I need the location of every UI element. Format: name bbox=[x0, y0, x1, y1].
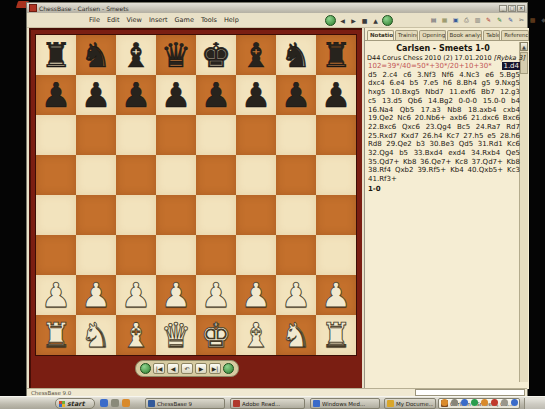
goto-start-button[interactable]: |◀ bbox=[153, 363, 165, 374]
game-result: 1-0 bbox=[368, 185, 520, 194]
white-pawn-piece[interactable]: ♟ bbox=[201, 275, 231, 315]
menu-edit[interactable]: Edit bbox=[107, 16, 120, 24]
task-app-icon bbox=[387, 400, 394, 407]
record-green-button[interactable] bbox=[325, 15, 336, 26]
taskbar-button[interactable]: ChessBase 9 bbox=[145, 398, 225, 409]
square-e1[interactable]: ♚ bbox=[196, 315, 236, 355]
move-navigation-bar: |◀◀↶▶▶| bbox=[135, 360, 239, 377]
square-f6[interactable] bbox=[236, 115, 276, 155]
white-queen-piece[interactable]: ♛ bbox=[161, 315, 191, 355]
square-d8[interactable]: ♛ bbox=[156, 35, 196, 75]
white-pawn-piece[interactable]: ♟ bbox=[321, 275, 351, 315]
square-d3[interactable] bbox=[156, 235, 196, 275]
square-e4[interactable] bbox=[196, 195, 236, 235]
square-b6[interactable] bbox=[76, 115, 116, 155]
game-info: D44 Corus Chess 2010 (2) 17.01.2010 [Ryb… bbox=[367, 54, 519, 62]
square-h1[interactable]: ♜ bbox=[316, 315, 356, 355]
square-g8[interactable]: ♞ bbox=[276, 35, 316, 75]
square-a7[interactable]: ♟ bbox=[36, 75, 76, 115]
play-green-button[interactable] bbox=[382, 15, 393, 26]
white-pawn-piece[interactable]: ♟ bbox=[281, 275, 311, 315]
menu-view[interactable]: View bbox=[126, 16, 141, 24]
engine-eval-annotation: 102=39*/40=50*+30*/20+10+30* bbox=[368, 62, 492, 70]
square-c3[interactable] bbox=[116, 235, 156, 275]
engine-icon[interactable]: ◆ bbox=[539, 15, 545, 24]
black-pawn-piece[interactable]: ♟ bbox=[81, 75, 111, 115]
square-c1[interactable]: ♝ bbox=[116, 315, 156, 355]
status-bar: ChessBase 9.0 bbox=[27, 388, 527, 396]
maximize-button[interactable]: □ bbox=[508, 5, 516, 12]
square-c6[interactable] bbox=[116, 115, 156, 155]
chessbase-window: ChessBase - Carlsen - Smeets _ □ ✕ FileE… bbox=[26, 2, 528, 396]
system-tray bbox=[441, 399, 518, 406]
board-panel: ♜♞♝♛♚♝♞♜♟♟♟♟♟♟♟♟♟♟♟♟♟♟♟♟♜♞♝♛♚♝♞♜ |◀◀↶▶▶| bbox=[29, 28, 362, 389]
moves-text[interactable]: d5 2.c4 c6 3.Nf3 Nf6 4.Nc3 e6 5.Bg5 dxc4… bbox=[368, 71, 520, 183]
nav-green-right-button[interactable] bbox=[223, 363, 234, 374]
square-d6[interactable] bbox=[156, 115, 196, 155]
square-c4[interactable] bbox=[116, 195, 156, 235]
copy-icon[interactable]: ▥ bbox=[473, 15, 482, 24]
task-label: ChessBase 9 bbox=[157, 401, 192, 407]
square-a2[interactable]: ♟ bbox=[36, 275, 76, 315]
menu-insert[interactable]: Insert bbox=[149, 16, 168, 24]
taskbar-button[interactable]: My Docume... bbox=[384, 398, 436, 409]
start-label: start bbox=[67, 400, 85, 408]
black-pawn-piece[interactable]: ♟ bbox=[281, 75, 311, 115]
square-f1[interactable]: ♝ bbox=[236, 315, 276, 355]
move-list[interactable]: 102=39*/40=50*+30*/20+10+30* 1.d4 d5 2.c… bbox=[368, 62, 520, 194]
square-d4[interactable] bbox=[156, 195, 196, 235]
print-icon[interactable]: ⎙ bbox=[462, 15, 471, 24]
task-label: Windows Med... bbox=[322, 401, 365, 407]
square-h2[interactable]: ♟ bbox=[316, 275, 356, 315]
taskbar-button[interactable]: Adobe Read... bbox=[230, 398, 305, 409]
black-pawn-piece[interactable]: ♟ bbox=[241, 75, 271, 115]
video-letterbox-right bbox=[528, 0, 545, 396]
square-c8[interactable]: ♝ bbox=[116, 35, 156, 75]
up-icon[interactable]: ▲ bbox=[371, 16, 380, 25]
square-h7[interactable]: ♟ bbox=[316, 75, 356, 115]
black-pawn-piece[interactable]: ♟ bbox=[41, 75, 71, 115]
black-bishop-piece[interactable]: ♝ bbox=[121, 35, 151, 75]
square-b8[interactable]: ♞ bbox=[76, 35, 116, 75]
square-f8[interactable]: ♝ bbox=[236, 35, 276, 75]
nav-green-left-button[interactable] bbox=[140, 363, 151, 374]
square-a1[interactable]: ♜ bbox=[36, 315, 76, 355]
white-pawn-piece[interactable]: ♟ bbox=[241, 275, 271, 315]
game-header: Carlsen - Smeets 1-0 D44 Corus Chess 201… bbox=[367, 44, 519, 62]
new-icon[interactable]: ▤ bbox=[429, 15, 438, 24]
black-pawn-piece[interactable]: ♟ bbox=[121, 75, 151, 115]
square-c7[interactable]: ♟ bbox=[116, 75, 156, 115]
quicklaunch-desktop-icon[interactable] bbox=[111, 399, 119, 407]
square-g1[interactable]: ♞ bbox=[276, 315, 316, 355]
square-h6[interactable] bbox=[316, 115, 356, 155]
task-app-icon bbox=[233, 400, 240, 407]
menu-file[interactable]: File bbox=[89, 16, 100, 24]
square-a3[interactable] bbox=[36, 235, 76, 275]
square-h4[interactable] bbox=[316, 195, 356, 235]
square-g3[interactable] bbox=[276, 235, 316, 275]
tray-icon-5[interactable] bbox=[481, 399, 488, 406]
square-f4[interactable] bbox=[236, 195, 276, 235]
erase-icon[interactable]: ✂ bbox=[517, 15, 526, 24]
square-f7[interactable]: ♟ bbox=[236, 75, 276, 115]
tab-training[interactable]: Training bbox=[395, 30, 418, 40]
tray-icon-3[interactable] bbox=[461, 399, 468, 406]
taskbar-clock bbox=[524, 398, 545, 409]
square-b5[interactable] bbox=[76, 155, 116, 195]
notation-tabs: NotationTrainingOpeningsBook analysisTab… bbox=[365, 30, 529, 41]
app-icon bbox=[29, 4, 37, 12]
white-bishop-piece[interactable]: ♝ bbox=[121, 315, 151, 355]
task-label: My Docume... bbox=[396, 401, 433, 407]
square-a6[interactable] bbox=[36, 115, 76, 155]
tray-icon-7[interactable] bbox=[501, 399, 508, 406]
black-king-piece[interactable]: ♚ bbox=[201, 35, 231, 75]
square-e8[interactable]: ♚ bbox=[196, 35, 236, 75]
white-rook-piece[interactable]: ♜ bbox=[41, 315, 71, 355]
white-pawn-piece[interactable]: ♟ bbox=[41, 275, 71, 315]
stop-icon[interactable]: ■ bbox=[360, 16, 369, 25]
pen-green-icon[interactable]: ✎ bbox=[495, 15, 504, 24]
square-c2[interactable]: ♟ bbox=[116, 275, 156, 315]
black-knight-piece[interactable]: ♞ bbox=[81, 35, 111, 75]
square-g2[interactable]: ♟ bbox=[276, 275, 316, 315]
window-controls: _ □ ✕ bbox=[499, 5, 525, 12]
back-icon[interactable]: ◀ bbox=[338, 16, 347, 25]
goto-end-button[interactable]: ▶| bbox=[209, 363, 221, 374]
square-b3[interactable] bbox=[76, 235, 116, 275]
tray-icon-4[interactable] bbox=[471, 399, 478, 406]
white-knight-piece[interactable]: ♞ bbox=[81, 315, 111, 355]
task-app-icon bbox=[313, 400, 320, 407]
black-pawn-piece[interactable]: ♟ bbox=[201, 75, 231, 115]
close-button[interactable]: ✕ bbox=[517, 5, 525, 12]
white-pawn-piece[interactable]: ♟ bbox=[121, 275, 151, 315]
black-pawn-piece[interactable]: ♟ bbox=[321, 75, 351, 115]
task-app-icon bbox=[148, 400, 155, 407]
tab-notation[interactable]: Notation bbox=[367, 30, 394, 40]
square-d5[interactable] bbox=[156, 155, 196, 195]
tray-icon-2[interactable] bbox=[451, 399, 458, 406]
quick-launch bbox=[100, 399, 130, 407]
window-title: ChessBase - Carlsen - Smeets bbox=[39, 5, 129, 12]
white-pawn-piece[interactable]: ♟ bbox=[81, 275, 111, 315]
square-a8[interactable]: ♜ bbox=[36, 35, 76, 75]
menu-items: FileEditViewInsertGameToolsHelp bbox=[27, 16, 239, 24]
square-d1[interactable]: ♛ bbox=[156, 315, 196, 355]
square-h3[interactable] bbox=[316, 235, 356, 275]
menu-game[interactable]: Game bbox=[175, 16, 194, 24]
black-knight-piece[interactable]: ♞ bbox=[281, 35, 311, 75]
event-info: D44 Corus Chess 2010 (2) 17.01.2010 bbox=[367, 54, 494, 62]
selected-move[interactable]: 1.d4 bbox=[502, 62, 520, 70]
menu-help[interactable]: Help bbox=[224, 16, 239, 24]
tab-book-analysis[interactable]: Book analysis bbox=[447, 30, 483, 40]
black-queen-piece[interactable]: ♛ bbox=[161, 35, 191, 75]
square-c5[interactable] bbox=[116, 155, 156, 195]
square-e3[interactable] bbox=[196, 235, 236, 275]
pen-red-icon[interactable]: ✎ bbox=[484, 15, 493, 24]
white-rook-piece[interactable]: ♜ bbox=[321, 315, 351, 355]
menu-tools[interactable]: Tools bbox=[201, 16, 217, 24]
players-result: Carlsen - Smeets 1-0 bbox=[367, 44, 519, 53]
square-b7[interactable]: ♟ bbox=[76, 75, 116, 115]
notation-scrollbar[interactable]: ▲ bbox=[519, 42, 528, 382]
scroll-up-icon[interactable]: ▲ bbox=[520, 42, 528, 51]
notation-panel: NotationTrainingOpeningsBook analysisTab… bbox=[364, 28, 529, 389]
square-b1[interactable]: ♞ bbox=[76, 315, 116, 355]
minimize-button[interactable]: _ bbox=[499, 5, 507, 12]
square-d7[interactable]: ♟ bbox=[156, 75, 196, 115]
tab-reference[interactable]: Reference bbox=[501, 30, 529, 40]
square-f2[interactable]: ♟ bbox=[236, 275, 276, 315]
title-bar[interactable]: ChessBase - Carlsen - Smeets _ □ ✕ bbox=[27, 3, 527, 13]
tab-table[interactable]: Table bbox=[483, 30, 500, 40]
forward-icon[interactable]: ▶ bbox=[349, 16, 358, 25]
square-f3[interactable] bbox=[236, 235, 276, 275]
square-g6[interactable] bbox=[276, 115, 316, 155]
annotator: [Rybka 3] bbox=[494, 54, 525, 62]
open-icon[interactable]: ▦ bbox=[440, 15, 449, 24]
quicklaunch-media-icon[interactable] bbox=[122, 399, 130, 407]
white-pawn-piece[interactable]: ♟ bbox=[161, 275, 191, 315]
start-button[interactable]: start bbox=[55, 398, 95, 409]
black-rook-piece[interactable]: ♜ bbox=[321, 35, 351, 75]
save-icon[interactable]: ▣ bbox=[451, 15, 460, 24]
square-e2[interactable]: ♟ bbox=[196, 275, 236, 315]
square-g7[interactable]: ♟ bbox=[276, 75, 316, 115]
toolbar-playback-group: ◀▶■▲ bbox=[325, 15, 393, 26]
taskbar-button[interactable]: Windows Med... bbox=[310, 398, 380, 409]
status-progress-box bbox=[415, 389, 525, 396]
white-king-piece[interactable]: ♚ bbox=[201, 315, 231, 355]
square-a5[interactable] bbox=[36, 155, 76, 195]
video-letterbox-left bbox=[0, 0, 26, 396]
task-label: Adobe Read... bbox=[242, 401, 280, 407]
back-button[interactable]: ◀ bbox=[167, 363, 179, 374]
square-b2[interactable]: ♟ bbox=[76, 275, 116, 315]
black-pawn-piece[interactable]: ♟ bbox=[161, 75, 191, 115]
black-rook-piece[interactable]: ♜ bbox=[41, 35, 71, 75]
white-knight-piece[interactable]: ♞ bbox=[281, 315, 311, 355]
tray-icon-1[interactable] bbox=[441, 399, 448, 406]
square-h5[interactable] bbox=[316, 155, 356, 195]
chess-board[interactable]: ♜♞♝♛♚♝♞♜♟♟♟♟♟♟♟♟♟♟♟♟♟♟♟♟♜♞♝♛♚♝♞♜ bbox=[35, 34, 357, 356]
menu-bar: FileEditViewInsertGameToolsHelp ◀▶■▲ ▤▦▣… bbox=[27, 13, 527, 28]
square-a4[interactable] bbox=[36, 195, 76, 235]
pen-blue-icon[interactable]: ✎ bbox=[506, 15, 515, 24]
square-e6[interactable] bbox=[196, 115, 236, 155]
tray-icon-6[interactable] bbox=[491, 399, 498, 406]
square-b4[interactable] bbox=[76, 195, 116, 235]
forward-button[interactable]: ▶ bbox=[195, 363, 207, 374]
white-bishop-piece[interactable]: ♝ bbox=[241, 315, 271, 355]
windows-flag-icon bbox=[59, 401, 65, 407]
square-e7[interactable]: ♟ bbox=[196, 75, 236, 115]
board-icon[interactable]: ▩ bbox=[528, 15, 537, 24]
tray-icon-8[interactable] bbox=[511, 399, 518, 406]
square-d2[interactable]: ♟ bbox=[156, 275, 196, 315]
quicklaunch-ie-icon[interactable] bbox=[100, 399, 108, 407]
square-e5[interactable] bbox=[196, 155, 236, 195]
toolbar-main-group: ▤▦▣⎙▥✎✎✎✂▩◆?▾ bbox=[429, 15, 545, 24]
takeback-button[interactable]: ↶ bbox=[181, 363, 193, 374]
square-h8[interactable]: ♜ bbox=[316, 35, 356, 75]
square-g4[interactable] bbox=[276, 195, 316, 235]
square-f5[interactable] bbox=[236, 155, 276, 195]
square-g5[interactable] bbox=[276, 155, 316, 195]
tab-openings[interactable]: Openings bbox=[419, 30, 445, 40]
black-bishop-piece[interactable]: ♝ bbox=[241, 35, 271, 75]
windows-taskbar: start ChessBase 9Adobe Read...Windows Me… bbox=[0, 396, 545, 409]
